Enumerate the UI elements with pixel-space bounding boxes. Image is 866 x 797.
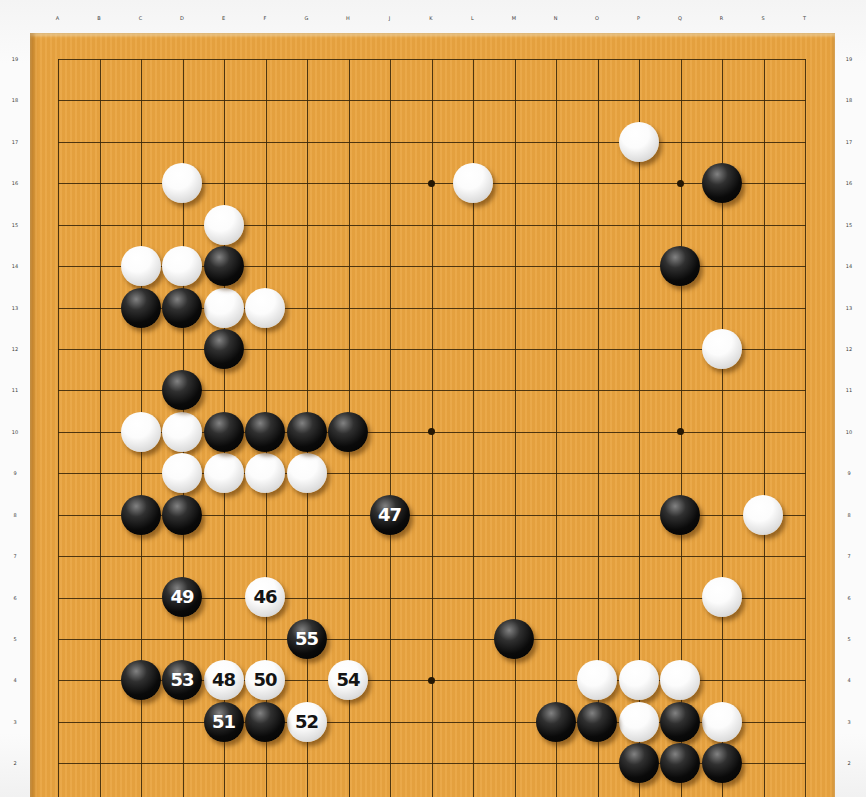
row-label-left-7: 7 xyxy=(13,553,16,559)
row-label-right-16: 16 xyxy=(846,180,852,186)
black-stone xyxy=(660,246,700,286)
row-label-right-7: 7 xyxy=(847,553,850,559)
row-label-left-19: 19 xyxy=(12,56,18,62)
row-label-right-8: 8 xyxy=(847,512,850,518)
white-stone xyxy=(453,163,493,203)
column-label-H: H xyxy=(346,15,350,21)
black-stone-51: 51 xyxy=(204,702,244,742)
white-stone xyxy=(702,329,742,369)
row-label-right-9: 9 xyxy=(847,470,850,476)
black-stone-49: 49 xyxy=(162,577,202,617)
white-stone xyxy=(162,246,202,286)
white-stone xyxy=(162,453,202,493)
star-point xyxy=(428,428,435,435)
black-stone xyxy=(162,495,202,535)
column-label-F: F xyxy=(264,15,267,21)
column-label-B: B xyxy=(97,15,100,21)
row-label-left-10: 10 xyxy=(12,429,18,435)
column-label-P: P xyxy=(637,15,640,21)
row-label-right-17: 17 xyxy=(846,139,852,145)
row-label-right-6: 6 xyxy=(847,595,850,601)
row-label-right-5: 5 xyxy=(847,636,850,642)
black-stone xyxy=(245,702,285,742)
white-stone xyxy=(121,246,161,286)
row-label-right-13: 13 xyxy=(846,305,852,311)
row-label-left-8: 8 xyxy=(13,512,16,518)
black-stone xyxy=(204,329,244,369)
row-label-left-5: 5 xyxy=(13,636,16,642)
white-stone xyxy=(162,412,202,452)
white-stone xyxy=(121,412,161,452)
row-label-left-15: 15 xyxy=(12,222,18,228)
column-label-J: J xyxy=(389,15,390,21)
star-point xyxy=(677,428,684,435)
white-stone xyxy=(245,288,285,328)
row-label-left-14: 14 xyxy=(12,263,18,269)
black-stone xyxy=(121,660,161,700)
white-stone xyxy=(702,702,742,742)
row-label-left-13: 13 xyxy=(12,305,18,311)
row-label-right-3: 3 xyxy=(847,719,850,725)
star-point xyxy=(428,180,435,187)
row-label-left-2: 2 xyxy=(13,760,16,766)
white-stone xyxy=(619,122,659,162)
black-stone xyxy=(660,495,700,535)
go-board: 46485052544749515355 xyxy=(30,33,835,797)
black-stone xyxy=(245,412,285,452)
white-stone xyxy=(660,660,700,700)
row-label-left-12: 12 xyxy=(12,346,18,352)
white-stone xyxy=(245,453,285,493)
white-stone xyxy=(702,577,742,617)
black-stone xyxy=(660,743,700,783)
column-label-M: M xyxy=(512,15,516,21)
row-label-right-4: 4 xyxy=(847,677,850,683)
black-stone xyxy=(162,288,202,328)
column-label-K: K xyxy=(429,15,432,21)
column-label-E: E xyxy=(222,15,225,21)
row-label-right-2: 2 xyxy=(847,760,850,766)
row-label-right-19: 19 xyxy=(846,56,852,62)
white-stone xyxy=(577,660,617,700)
row-label-left-6: 6 xyxy=(13,595,16,601)
column-label-O: O xyxy=(595,15,599,21)
row-label-right-11: 11 xyxy=(846,387,852,393)
row-label-left-18: 18 xyxy=(12,97,18,103)
star-point xyxy=(428,677,435,684)
white-stone xyxy=(204,288,244,328)
white-stone xyxy=(619,702,659,742)
white-stone xyxy=(162,163,202,203)
column-label-N: N xyxy=(554,15,558,21)
star-point xyxy=(677,180,684,187)
black-stone xyxy=(702,743,742,783)
go-diagram-screenshot: 46485052544749515355 ABCDEFGHJKLMNOPQRST… xyxy=(0,0,866,797)
row-label-left-16: 16 xyxy=(12,180,18,186)
white-stone xyxy=(204,453,244,493)
black-stone xyxy=(121,495,161,535)
column-label-T: T xyxy=(803,15,806,21)
row-label-left-4: 4 xyxy=(13,677,16,683)
column-label-L: L xyxy=(471,15,474,21)
row-label-right-12: 12 xyxy=(846,346,852,352)
black-stone xyxy=(287,412,327,452)
white-stone xyxy=(743,495,783,535)
column-label-Q: Q xyxy=(678,15,682,21)
column-label-R: R xyxy=(720,15,723,21)
black-stone xyxy=(660,702,700,742)
black-stone xyxy=(619,743,659,783)
white-stone-48: 48 xyxy=(204,660,244,700)
row-label-right-18: 18 xyxy=(846,97,852,103)
white-stone-52: 52 xyxy=(287,702,327,742)
black-stone-47: 47 xyxy=(370,495,410,535)
white-stone-46: 46 xyxy=(245,577,285,617)
black-stone xyxy=(328,412,368,452)
black-stone xyxy=(204,246,244,286)
black-stone xyxy=(577,702,617,742)
column-label-D: D xyxy=(180,15,184,21)
row-label-left-9: 9 xyxy=(13,470,16,476)
black-stone xyxy=(121,288,161,328)
column-label-S: S xyxy=(761,15,764,21)
black-stone xyxy=(204,412,244,452)
column-label-C: C xyxy=(139,15,143,21)
row-label-right-14: 14 xyxy=(846,263,852,269)
row-label-left-3: 3 xyxy=(13,719,16,725)
column-label-G: G xyxy=(305,15,309,21)
black-stone-55: 55 xyxy=(287,619,327,659)
row-label-left-17: 17 xyxy=(12,139,18,145)
black-stone xyxy=(702,163,742,203)
row-label-right-15: 15 xyxy=(846,222,852,228)
black-stone-53: 53 xyxy=(162,660,202,700)
white-stone xyxy=(204,205,244,245)
black-stone xyxy=(536,702,576,742)
black-stone xyxy=(162,370,202,410)
row-label-right-10: 10 xyxy=(846,429,852,435)
white-stone xyxy=(619,660,659,700)
white-stone-50: 50 xyxy=(245,660,285,700)
white-stone xyxy=(287,453,327,493)
white-stone-54: 54 xyxy=(328,660,368,700)
row-label-left-11: 11 xyxy=(12,387,18,393)
black-stone xyxy=(494,619,534,659)
column-label-A: A xyxy=(56,15,59,21)
